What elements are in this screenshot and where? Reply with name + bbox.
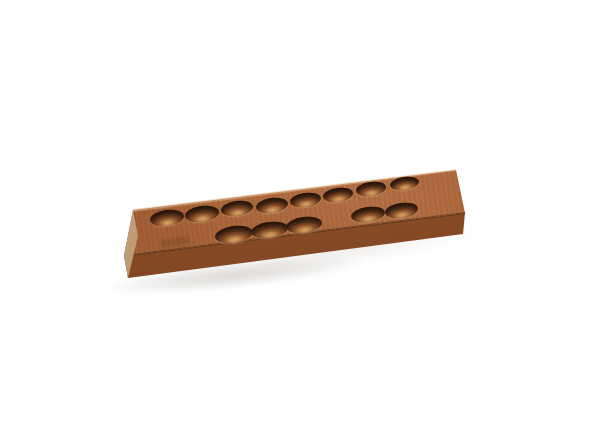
- product-photo: [0, 0, 590, 434]
- board-top-face: [0, 0, 590, 434]
